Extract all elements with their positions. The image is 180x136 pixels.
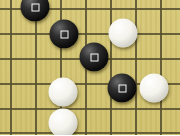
grid-line-vertical bbox=[135, 0, 137, 135]
grid-line-horizontal bbox=[0, 108, 180, 110]
square-marker-icon bbox=[90, 53, 98, 61]
grid-line-vertical bbox=[160, 0, 162, 135]
black-stone[interactable] bbox=[108, 74, 137, 103]
square-marker-icon bbox=[31, 3, 39, 11]
white-stone[interactable] bbox=[49, 109, 78, 136]
black-stone[interactable] bbox=[50, 20, 79, 49]
go-board bbox=[0, 0, 180, 135]
grid-line-vertical bbox=[10, 0, 12, 135]
black-stone[interactable] bbox=[80, 43, 109, 72]
square-marker-icon bbox=[118, 84, 126, 92]
black-stone[interactable] bbox=[21, 0, 50, 22]
grid-line-horizontal bbox=[0, 132, 180, 134]
white-stone[interactable] bbox=[109, 19, 138, 48]
grid-line-horizontal bbox=[0, 33, 180, 35]
white-stone[interactable] bbox=[49, 78, 78, 107]
white-stone[interactable] bbox=[140, 74, 169, 103]
grid-line-vertical bbox=[110, 0, 112, 135]
square-marker-icon bbox=[60, 30, 68, 38]
